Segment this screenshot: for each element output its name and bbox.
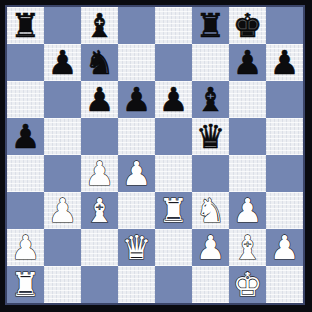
square-f5[interactable]: ♛ (192, 118, 229, 155)
white-pawn-a2[interactable]: ♟ (7, 229, 44, 266)
black-bishop-f6[interactable]: ♝ (192, 81, 229, 118)
square-e8[interactable] (155, 7, 192, 44)
black-bishop-c8[interactable]: ♝ (81, 7, 118, 44)
white-queen-d2[interactable]: ♛ (118, 229, 155, 266)
square-b3[interactable]: ♟ (44, 192, 81, 229)
white-king-g1[interactable]: ♚ (229, 266, 266, 303)
square-a6[interactable] (7, 81, 44, 118)
square-b5[interactable] (44, 118, 81, 155)
board-frame: ♜♝♜♚♟♞♟♟♟♟♟♝♟♛♟♟♟♝♜♞♟♟♛♟♝♟♜♚ (0, 0, 312, 312)
square-a8[interactable]: ♜ (7, 7, 44, 44)
square-d7[interactable] (118, 44, 155, 81)
square-e3[interactable]: ♜ (155, 192, 192, 229)
white-bishop-g2[interactable]: ♝ (229, 229, 266, 266)
square-c3[interactable]: ♝ (81, 192, 118, 229)
square-h7[interactable]: ♟ (266, 44, 303, 81)
square-e2[interactable] (155, 229, 192, 266)
square-g3[interactable]: ♟ (229, 192, 266, 229)
square-e5[interactable] (155, 118, 192, 155)
square-b1[interactable] (44, 266, 81, 303)
square-h1[interactable] (266, 266, 303, 303)
white-rook-a1[interactable]: ♜ (7, 266, 44, 303)
square-g6[interactable] (229, 81, 266, 118)
square-c4[interactable]: ♟ (81, 155, 118, 192)
square-b4[interactable] (44, 155, 81, 192)
square-h8[interactable] (266, 7, 303, 44)
square-d2[interactable]: ♛ (118, 229, 155, 266)
square-a3[interactable] (7, 192, 44, 229)
white-pawn-b3[interactable]: ♟ (44, 192, 81, 229)
square-d3[interactable] (118, 192, 155, 229)
black-rook-f8[interactable]: ♜ (192, 7, 229, 44)
square-c2[interactable] (81, 229, 118, 266)
square-e1[interactable] (155, 266, 192, 303)
square-d8[interactable] (118, 7, 155, 44)
black-queen-f5[interactable]: ♛ (192, 118, 229, 155)
black-pawn-e6[interactable]: ♟ (155, 81, 192, 118)
square-a7[interactable] (7, 44, 44, 81)
square-c5[interactable] (81, 118, 118, 155)
black-knight-c7[interactable]: ♞ (81, 44, 118, 81)
square-h6[interactable] (266, 81, 303, 118)
black-king-g8[interactable]: ♚ (229, 7, 266, 44)
white-pawn-f2[interactable]: ♟ (192, 229, 229, 266)
white-pawn-c4[interactable]: ♟ (81, 155, 118, 192)
black-rook-a8[interactable]: ♜ (7, 7, 44, 44)
square-a2[interactable]: ♟ (7, 229, 44, 266)
square-g8[interactable]: ♚ (229, 7, 266, 44)
white-bishop-c3[interactable]: ♝ (81, 192, 118, 229)
black-pawn-g7[interactable]: ♟ (229, 44, 266, 81)
square-f3[interactable]: ♞ (192, 192, 229, 229)
square-b7[interactable]: ♟ (44, 44, 81, 81)
black-pawn-h7[interactable]: ♟ (266, 44, 303, 81)
square-g7[interactable]: ♟ (229, 44, 266, 81)
square-c6[interactable]: ♟ (81, 81, 118, 118)
square-h2[interactable]: ♟ (266, 229, 303, 266)
square-e4[interactable] (155, 155, 192, 192)
white-pawn-h2[interactable]: ♟ (266, 229, 303, 266)
white-pawn-g3[interactable]: ♟ (229, 192, 266, 229)
square-g1[interactable]: ♚ (229, 266, 266, 303)
square-b6[interactable] (44, 81, 81, 118)
square-d4[interactable]: ♟ (118, 155, 155, 192)
square-g4[interactable] (229, 155, 266, 192)
white-knight-f3[interactable]: ♞ (192, 192, 229, 229)
black-pawn-b7[interactable]: ♟ (44, 44, 81, 81)
square-a4[interactable] (7, 155, 44, 192)
square-g5[interactable] (229, 118, 266, 155)
square-d6[interactable]: ♟ (118, 81, 155, 118)
square-f8[interactable]: ♜ (192, 7, 229, 44)
square-f6[interactable]: ♝ (192, 81, 229, 118)
square-h4[interactable] (266, 155, 303, 192)
square-f4[interactable] (192, 155, 229, 192)
square-a5[interactable]: ♟ (7, 118, 44, 155)
square-e6[interactable]: ♟ (155, 81, 192, 118)
square-f2[interactable]: ♟ (192, 229, 229, 266)
square-e7[interactable] (155, 44, 192, 81)
square-d5[interactable] (118, 118, 155, 155)
black-pawn-a5[interactable]: ♟ (7, 118, 44, 155)
square-h5[interactable] (266, 118, 303, 155)
square-b8[interactable] (44, 7, 81, 44)
square-d1[interactable] (118, 266, 155, 303)
black-pawn-c6[interactable]: ♟ (81, 81, 118, 118)
black-pawn-d6[interactable]: ♟ (118, 81, 155, 118)
white-rook-e3[interactable]: ♜ (155, 192, 192, 229)
square-c8[interactable]: ♝ (81, 7, 118, 44)
square-b2[interactable] (44, 229, 81, 266)
square-c7[interactable]: ♞ (81, 44, 118, 81)
square-c1[interactable] (81, 266, 118, 303)
square-g2[interactable]: ♝ (229, 229, 266, 266)
square-f1[interactable] (192, 266, 229, 303)
white-pawn-d4[interactable]: ♟ (118, 155, 155, 192)
square-h3[interactable] (266, 192, 303, 229)
square-a1[interactable]: ♜ (7, 266, 44, 303)
square-f7[interactable] (192, 44, 229, 81)
chess-board: ♜♝♜♚♟♞♟♟♟♟♟♝♟♛♟♟♟♝♜♞♟♟♛♟♝♟♜♚ (7, 7, 303, 303)
